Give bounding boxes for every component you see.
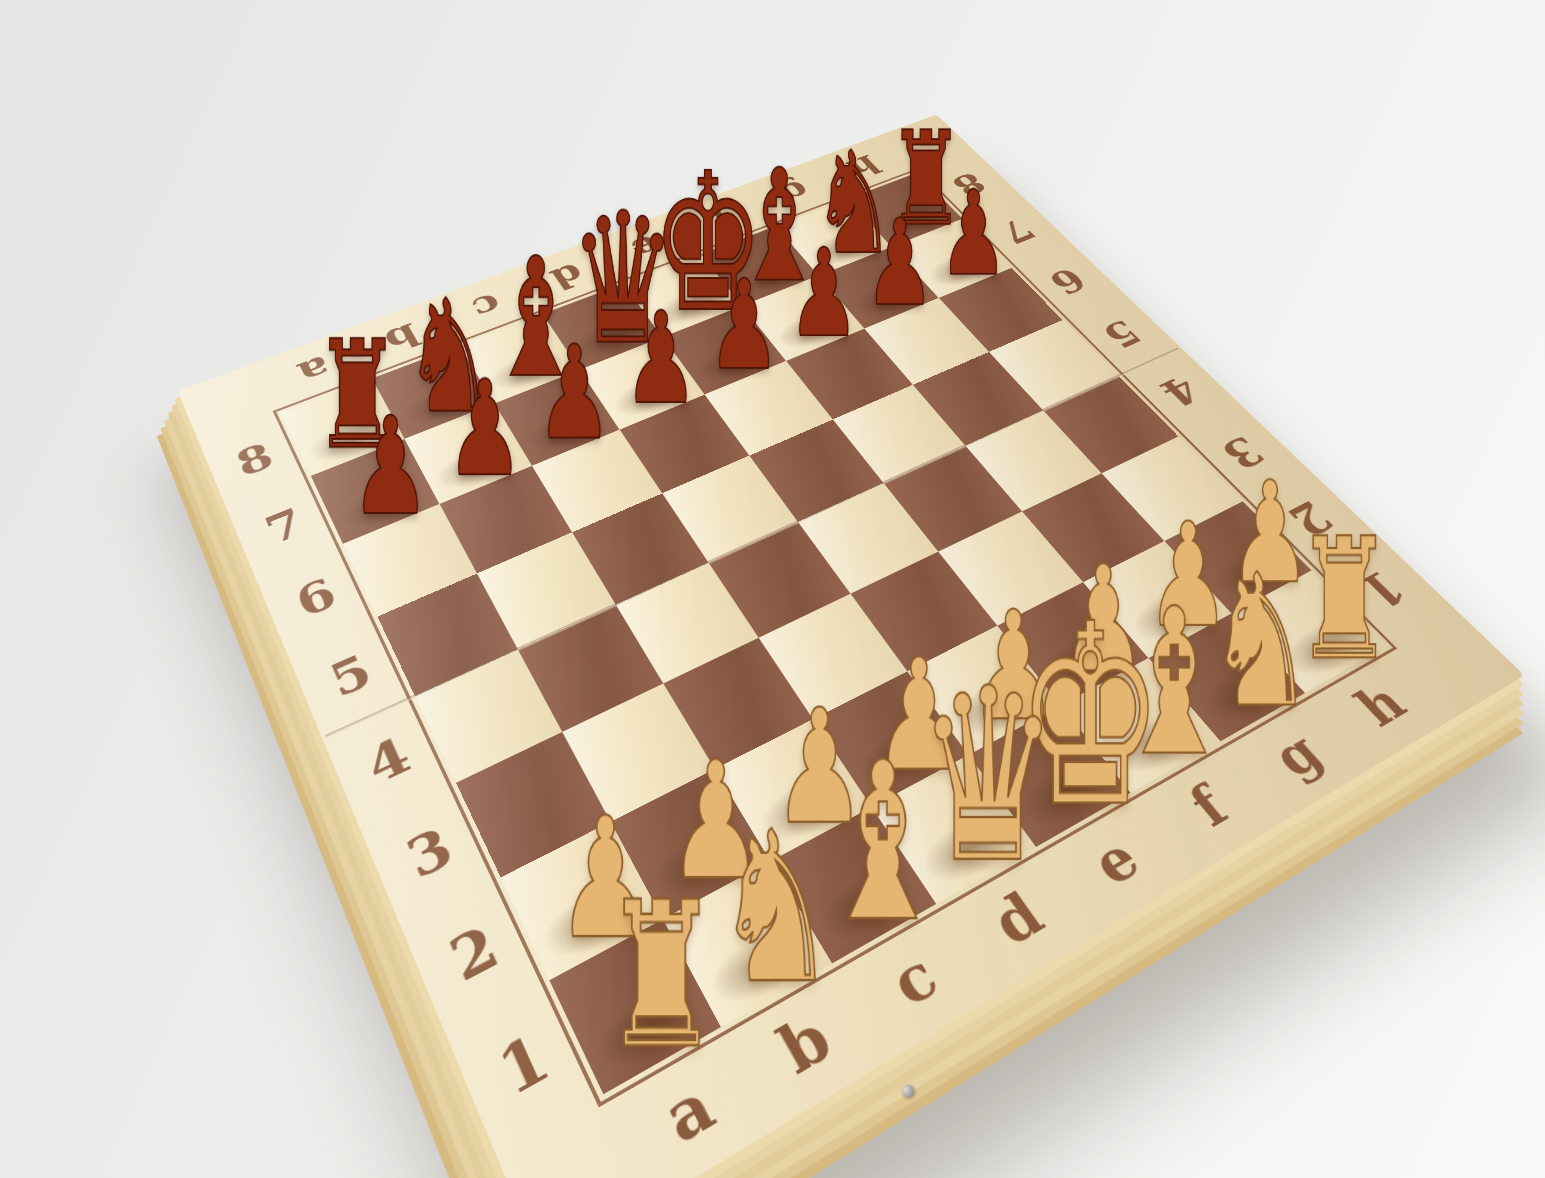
scene-background: { "game": "chess", "position": { "fen": … [0, 0, 1545, 1178]
hinge-screw [900, 1083, 916, 1100]
black-pawn: ♟ [334, 413, 447, 521]
white-rook: ♜ [588, 896, 735, 1057]
square-e4 [798, 483, 938, 593]
board-wood-frame: ♜♞♝♛♚♝♞♜♟♟♟♟♟♟♟♟♟♟♟♟♟♟♟♟♜♞♝♛♚♝♞♜ abcdefg… [178, 114, 1525, 1178]
